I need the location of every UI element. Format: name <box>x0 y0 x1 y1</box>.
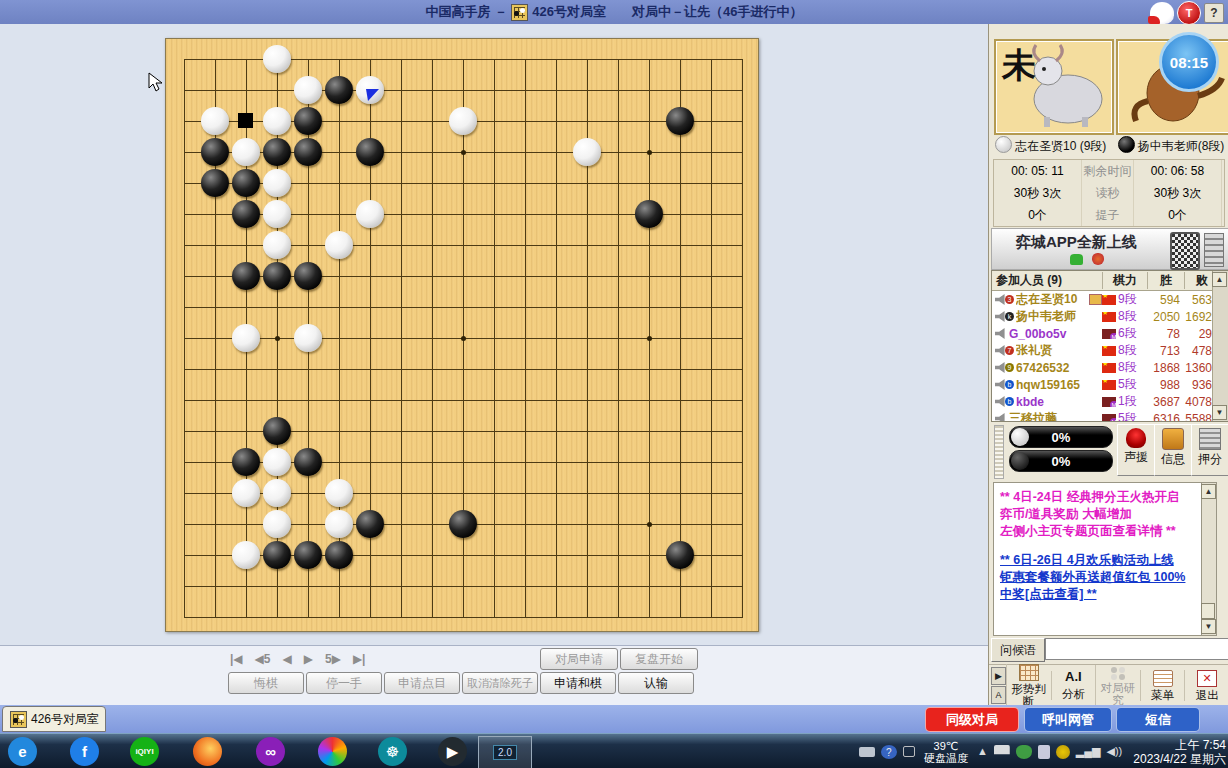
promo-line-blue[interactable]: 钜惠套餐额外再送超值红包 100% <box>1000 569 1212 586</box>
greeting-button[interactable]: 问候语 <box>991 638 1045 662</box>
scroll-down-icon[interactable]: ▼ <box>1201 619 1216 634</box>
network-signal-icon[interactable]: ▂▄▆ <box>1076 745 1101 759</box>
announcement-box[interactable]: ** 4日-24日 经典押分王火热开启弈币/道具奖励 大幅增加左侧小主页专题页面… <box>993 482 1217 636</box>
book-icon <box>1153 670 1173 687</box>
grid-icon <box>1019 664 1039 681</box>
system-tray: ? 39℃ 硬盘温度 ▲ ▂▄▆ ◀)) 上午 7:54 2023/4/22 星… <box>856 734 1228 768</box>
nav-last-button[interactable]: ▶| <box>353 652 366 666</box>
house-icon <box>1089 294 1102 305</box>
white-stone[interactable] <box>201 107 229 135</box>
time-panel: 00: 05: 11 剩余时间 00: 06: 58 30秒 3次 读秒 30秒… <box>993 159 1225 227</box>
preview-label: 2.0 <box>493 745 517 760</box>
black-stone[interactable] <box>232 200 260 228</box>
scroll-thumb[interactable] <box>1201 603 1215 619</box>
white-stone[interactable] <box>325 479 353 507</box>
white-remaining-time: 00: 05: 11 <box>994 160 1082 182</box>
black-byoyomi: 30秒 3次 <box>1134 182 1222 204</box>
star-point <box>647 336 652 341</box>
time-text: 上午 7:54 <box>1133 738 1226 752</box>
country-flag-icon <box>1102 397 1116 407</box>
bottom-toolbar: ▶ A 形势判断A.I分析对局研究菜单✕退出 <box>989 664 1228 706</box>
support-button-label: 声援 <box>1118 449 1154 466</box>
speaker-icon[interactable]: ◀)) <box>1106 745 1122 759</box>
security-shield-icon[interactable] <box>1016 745 1032 759</box>
wins-cell: 988 <box>1144 378 1180 392</box>
square-marker <box>238 113 253 128</box>
temp-value: 39℃ <box>924 740 968 752</box>
greeting-row: 问候语 <box>991 638 1228 662</box>
black-stone[interactable] <box>263 138 291 166</box>
android-icon <box>1070 254 1083 265</box>
white-player-name: 志在圣贤10 (9段) <box>1015 139 1106 153</box>
help-tray-icon[interactable]: ? <box>881 745 897 759</box>
white-stone[interactable] <box>263 107 291 135</box>
title-bar: 中国高手房 － 426号对局室 对局中－让先（46手进行中） T ? <box>0 0 1228 24</box>
toolbar-形势判断[interactable]: 形势判断 <box>1006 664 1051 707</box>
nav-fwd-button[interactable]: ▶ <box>304 652 313 666</box>
server-stack-icon <box>1204 233 1224 267</box>
black-stone[interactable] <box>294 107 322 135</box>
black-stone[interactable] <box>449 510 477 538</box>
wins-cell: 594 <box>1144 293 1180 307</box>
match-button-1[interactable]: 复盘开始 <box>620 648 698 670</box>
black-remaining-time: 00: 06: 58 <box>1134 160 1222 182</box>
game-status: 对局中－让先（46手进行中） <box>632 3 802 21</box>
black-stone[interactable] <box>232 448 260 476</box>
white-stone-icon <box>1011 428 1029 446</box>
white-stone[interactable] <box>294 76 322 104</box>
speaker-icon <box>995 413 1007 422</box>
captures-label: 提子 <box>1082 204 1134 226</box>
black-stone[interactable] <box>325 541 353 569</box>
black-support-pct: 0% <box>1052 454 1071 469</box>
white-byoyomi: 30秒 3次 <box>994 182 1082 204</box>
byoyomi-label: 读秒 <box>1082 182 1134 204</box>
app-banner[interactable]: 弈城APP全新上线 <box>991 228 1228 270</box>
participant-name: kbde <box>1016 395 1102 409</box>
spacer <box>994 540 1216 552</box>
power-plug-icon[interactable] <box>1038 745 1050 759</box>
black-stone[interactable] <box>263 541 291 569</box>
black-player-name: 扬中韦老师(8段) <box>1138 139 1225 153</box>
chat-input[interactable] <box>1045 638 1228 660</box>
promo-line-blue[interactable]: ** 6日-26日 4月欢乐购活动上线 <box>1000 552 1212 569</box>
black-support-bar: 0% <box>1009 450 1113 472</box>
black-stone[interactable] <box>263 262 291 290</box>
tray-expand-icon[interactable]: ▲ <box>977 745 988 759</box>
wins-cell: 1868 <box>1144 361 1180 375</box>
rank-cell: 5段 <box>1118 376 1144 393</box>
apple-icon <box>1092 253 1104 265</box>
keyboard-icon[interactable] <box>859 747 875 757</box>
action-button-取消清除死子[interactable]: 取消清除死子 <box>462 672 538 694</box>
tygem-logo-icon: T <box>1177 1 1201 25</box>
disk-temp-readout: 39℃ 硬盘温度 <box>924 740 968 764</box>
font-button[interactable]: A <box>991 686 1006 704</box>
move-timer-badge: 08:15 <box>1159 32 1219 92</box>
participants-body: 3志在圣贤109段594563k扬中韦老师8段20501692G_00bo5v6… <box>992 291 1228 422</box>
white-stone[interactable] <box>449 107 477 135</box>
grid-line <box>184 369 743 370</box>
support-button-押分[interactable]: 押分 <box>1191 424 1228 476</box>
toolbar-label: 形势判断 <box>1007 683 1051 707</box>
status-bar: 426号对局室 同级对局呼叫网管短信 <box>0 705 1228 733</box>
expand-button[interactable]: ▶ <box>991 667 1006 685</box>
black-stone[interactable] <box>232 262 260 290</box>
black-stone[interactable] <box>666 541 694 569</box>
rank-cell: 8段 <box>1118 359 1144 376</box>
black-stone[interactable] <box>666 107 694 135</box>
country-flag-icon <box>1102 295 1116 305</box>
wins-cell: 6316 <box>1144 412 1180 423</box>
scroll-up-icon[interactable]: ▲ <box>1212 272 1227 287</box>
remaining-time-label: 剩余时间 <box>1082 160 1134 182</box>
toolbar-label: 退出 <box>1185 689 1228 701</box>
action-button-申请和棋[interactable]: 申请和棋 <box>540 672 616 694</box>
last-move-marker-icon <box>364 86 380 102</box>
move-navigation: |◀◀5◀▶5▶▶| <box>230 652 365 666</box>
go-client-window: 中国高手房 － 426号对局室 对局中－让先（46手进行中） T ? |◀◀5◀… <box>0 0 1228 768</box>
toolbar-分析[interactable]: A.I分析 <box>1051 671 1096 700</box>
white-stone[interactable] <box>325 510 353 538</box>
wins-cell: 2050 <box>1144 310 1180 324</box>
status-button-同级对局[interactable]: 同级对局 <box>925 707 1019 732</box>
speaker-icon <box>995 328 1007 339</box>
help-button[interactable]: ? <box>1204 3 1224 23</box>
action-button-停一手[interactable]: 停一手 <box>306 672 382 694</box>
wins-cell: 713 <box>1144 344 1180 358</box>
black-stone[interactable] <box>232 169 260 197</box>
stones-icon <box>1109 665 1127 680</box>
promo-line-magenta: 弈币/道具奖励 大幅增加 <box>1000 506 1212 523</box>
grid-line <box>184 586 743 587</box>
rank-badge: 7 <box>1005 346 1014 355</box>
white-stone[interactable] <box>232 541 260 569</box>
star-point <box>647 522 652 527</box>
grid-line <box>494 59 495 618</box>
go-board[interactable] <box>165 38 759 632</box>
exit-icon: ✕ <box>1197 670 1217 687</box>
toolbar-label: 菜单 <box>1141 689 1185 701</box>
rank-badge: b <box>1005 380 1014 389</box>
nav-back-button[interactable]: ◀ <box>283 652 292 666</box>
rank-cell: 5段 <box>1118 410 1144 422</box>
participant-row[interactable]: 3志在圣贤109段594563 <box>992 291 1228 308</box>
announcement-scrollbar[interactable]: ▲ ▼ <box>1201 482 1217 636</box>
teal-app-icon[interactable]: ☸ <box>378 737 407 766</box>
table-scrollbar[interactable]: ▲ ▼ <box>1212 271 1228 421</box>
white-stone[interactable] <box>573 138 601 166</box>
white-support-pct: 0% <box>1052 430 1071 445</box>
participant-row[interactable]: 9674265328段18681360 <box>992 359 1228 376</box>
participant-row[interactable]: 三移拉藤5段63165588 <box>992 410 1228 422</box>
col-header: 胜 <box>1148 272 1185 289</box>
rank-cell: 9段 <box>1118 291 1144 308</box>
white-stone-icon <box>995 136 1012 153</box>
participant-row[interactable]: bkbde1段36874078 <box>992 393 1228 410</box>
black-stone[interactable] <box>294 262 322 290</box>
promo-line-magenta: 左侧小主页专题页面查看详情 ** <box>1000 523 1212 540</box>
mouse-cursor <box>148 72 166 92</box>
participants-table[interactable]: 参加人员 (9)棋力胜败 3志在圣贤109段594563k扬中韦老师8段2050… <box>991 270 1228 422</box>
support-section: 0% 0% 声援信息押分 <box>989 422 1228 480</box>
white-captures: 0个 <box>994 204 1082 226</box>
toolbar-菜单[interactable]: 菜单 <box>1140 670 1185 701</box>
country-flag-icon <box>1102 414 1116 423</box>
white-stone[interactable] <box>263 231 291 259</box>
player-names-row: 志在圣贤10 (9段) 扬中韦老师(8段) <box>995 136 1228 155</box>
window-restore-icon[interactable] <box>903 746 915 757</box>
infinity-icon[interactable]: ∞ <box>256 737 285 766</box>
white-stone[interactable] <box>232 324 260 352</box>
grid-line <box>742 59 743 618</box>
white-stone[interactable] <box>263 510 291 538</box>
participant-row[interactable]: G_00bo5v6段7829 <box>992 325 1228 342</box>
black-stone[interactable] <box>294 138 322 166</box>
room-tab-label: 426号对局室 <box>31 711 99 728</box>
brief-icon <box>1162 428 1184 450</box>
board-icon <box>511 4 528 21</box>
participant-row[interactable]: k扬中韦老师8段20501692 <box>992 308 1228 325</box>
taskbar-window-preview[interactable]: 2.0 <box>478 736 532 768</box>
grid-line <box>184 617 743 618</box>
participant-name: 张礼贤 <box>1016 342 1102 359</box>
temp-label: 硬盘温度 <box>924 752 968 764</box>
star-point <box>461 336 466 341</box>
participant-row[interactable]: bhqw1591655段988936 <box>992 376 1228 393</box>
action-button-认输[interactable]: 认输 <box>618 672 694 694</box>
participant-name: 三移拉藤 <box>1009 410 1102 422</box>
black-captures: 0个 <box>1134 204 1222 226</box>
grid-line <box>184 400 743 401</box>
participant-name: G_00bo5v <box>1009 327 1102 341</box>
rank-cell: 1段 <box>1118 393 1144 410</box>
nav-fwd5-button[interactable]: 5▶ <box>325 652 341 666</box>
white-stone[interactable] <box>263 448 291 476</box>
country-flag-icon <box>1102 329 1116 339</box>
white-stone[interactable] <box>325 231 353 259</box>
promo-line-magenta: ** 4日-24日 经典押分王火热开启 <box>1000 489 1212 506</box>
white-stone[interactable] <box>263 479 291 507</box>
country-flag-icon <box>1102 380 1116 390</box>
wins-cell: 3687 <box>1144 395 1180 409</box>
participant-name: 扬中韦老师 <box>1016 308 1102 325</box>
scroll-down-icon[interactable]: ▼ <box>1212 405 1227 420</box>
black-stone[interactable] <box>294 541 322 569</box>
clock[interactable]: 上午 7:54 2023/4/22 星期六 <box>1133 738 1226 766</box>
black-stone-icon <box>1011 452 1029 470</box>
status-button-呼叫网管[interactable]: 呼叫网管 <box>1024 707 1112 732</box>
action-button-申请点目[interactable]: 申请点目 <box>384 672 460 694</box>
participant-name: hqw159165 <box>1016 378 1102 392</box>
grip-strip <box>994 425 1004 479</box>
rank-cell: 8段 <box>1118 342 1144 359</box>
toolbar-退出[interactable]: ✕退出 <box>1184 670 1228 701</box>
black-stone-icon <box>1118 136 1135 153</box>
white-stone[interactable] <box>294 324 322 352</box>
rank-badge: k <box>1005 312 1014 321</box>
grid-line <box>711 59 712 618</box>
firefox-icon[interactable] <box>193 737 222 766</box>
black-stone[interactable] <box>201 138 229 166</box>
swirl-icon[interactable] <box>318 737 347 766</box>
black-stone[interactable] <box>294 448 322 476</box>
participant-name: 志在圣贤10 <box>1016 291 1087 308</box>
white-stone[interactable] <box>232 138 260 166</box>
zodiac-character: 未 <box>1002 43 1036 89</box>
white-stone[interactable] <box>356 200 384 228</box>
player-icon[interactable]: ▶ <box>438 737 467 766</box>
iqiyi-icon[interactable]: iQIYI <box>130 737 159 766</box>
support-button-label: 信息 <box>1155 451 1191 468</box>
mascot-icon <box>1150 2 1174 24</box>
toolbar-对局研究[interactable]: 对局研究 <box>1095 665 1140 706</box>
grid-line <box>680 59 681 618</box>
chips-icon <box>1199 428 1221 450</box>
support-button-声援[interactable]: 声援 <box>1117 424 1155 476</box>
flag-alert-icon[interactable] <box>994 745 1010 759</box>
board-icon <box>10 711 27 728</box>
date-text: 2023/4/22 星期六 <box>1133 752 1226 766</box>
promo-line-blue[interactable]: 中奖[点击查看] ** <box>1000 586 1212 603</box>
room-number: 426号对局室 <box>532 3 606 21</box>
black-stone[interactable] <box>356 138 384 166</box>
country-flag-icon <box>1102 363 1116 373</box>
star-point <box>647 150 652 155</box>
rank-badge: 9 <box>1005 363 1014 372</box>
country-flag-icon <box>1102 346 1116 356</box>
flash-icon[interactable]: f <box>70 737 99 766</box>
toolbar-label: 对局研究 <box>1096 682 1140 706</box>
room-tab[interactable]: 426号对局室 <box>2 706 106 732</box>
ai-icon: A.I <box>1052 671 1096 686</box>
action-button-悔棋[interactable]: 悔棋 <box>228 672 304 694</box>
wins-cell: 78 <box>1144 327 1180 341</box>
control-strip: |◀◀5◀▶5▶▶| 对局申请复盘开始 悔棋停一手申请点目取消清除死子申请和棋认… <box>0 645 988 706</box>
white-support-bar: 0% <box>1009 426 1113 448</box>
nav-back5-button[interactable]: ◀5 <box>255 652 271 666</box>
ie-icon[interactable]: e <box>8 737 37 766</box>
col-header: 棋力 <box>1103 272 1148 289</box>
scroll-up-icon[interactable]: ▲ <box>1201 484 1216 499</box>
rank-cell: 8段 <box>1118 308 1144 325</box>
white-stone[interactable] <box>263 169 291 197</box>
nav-first-button[interactable]: |◀ <box>230 652 243 666</box>
coin-icon[interactable] <box>1056 745 1070 759</box>
rank-badge: b <box>1005 397 1014 406</box>
country-flag-icon <box>1102 312 1116 322</box>
grid-line <box>618 59 619 618</box>
qr-code-icon <box>1170 232 1200 270</box>
match-button-0[interactable]: 对局申请 <box>540 648 618 670</box>
star-point <box>461 150 466 155</box>
rank-badge: 3 <box>1005 295 1014 304</box>
black-stone[interactable] <box>263 417 291 445</box>
grid-line <box>525 59 526 618</box>
grid-line <box>556 59 557 618</box>
taskbar: efiQIYI∞☸▶ 2.0 ? 39℃ 硬盘温度 ▲ ▂▄▆ ◀)) 上午 7… <box>0 733 1228 768</box>
star-point <box>275 336 280 341</box>
col-header: 参加人员 (9) <box>992 272 1103 289</box>
rank-cell: 6段 <box>1118 325 1144 342</box>
black-stone[interactable] <box>201 169 229 197</box>
support-button-label: 押分 <box>1192 451 1228 468</box>
white-player-avatar: 未 <box>994 39 1114 135</box>
participant-name: 67426532 <box>1016 361 1102 375</box>
banner-text: 弈城APP全新上线 <box>1016 233 1137 252</box>
white-stone[interactable] <box>263 200 291 228</box>
participants-header: 参加人员 (9)棋力胜败 <box>992 271 1228 291</box>
sidebar: 未 08:15 志在圣贤10 (9段) 扬中韦老师(8段) <box>988 24 1228 705</box>
black-stone[interactable] <box>356 510 384 538</box>
black-stone[interactable] <box>325 76 353 104</box>
toolbar-label: 分析 <box>1052 688 1096 700</box>
black-stone[interactable] <box>635 200 663 228</box>
rose-icon <box>1126 428 1146 448</box>
white-stone[interactable] <box>263 45 291 73</box>
white-stone[interactable] <box>232 479 260 507</box>
support-button-信息[interactable]: 信息 <box>1154 424 1192 476</box>
room-name: 中国高手房 － <box>426 3 508 21</box>
participant-row[interactable]: 7张礼贤8段713478 <box>992 342 1228 359</box>
status-button-短信[interactable]: 短信 <box>1116 707 1200 732</box>
